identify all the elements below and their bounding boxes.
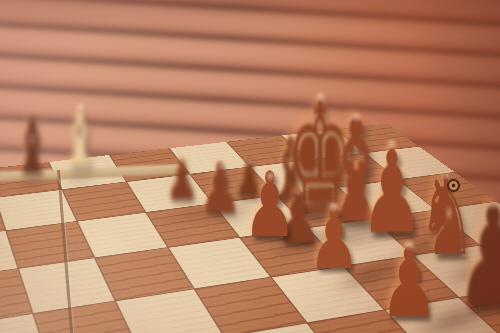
specular-glint [441, 172, 450, 180]
specular-glint [386, 138, 398, 149]
specular-glint [328, 201, 340, 213]
far-dark-bishop: ♝ [12, 109, 52, 183]
chess-photo: ♝♝♟♟♟♝♚♝♟♞♟♟♟♟♟ [0, 0, 500, 333]
specular-glint [217, 162, 225, 171]
far-light-bishop: ♝ [59, 101, 101, 179]
specular-glint [403, 239, 416, 251]
knight-eye-detail [447, 179, 460, 192]
specular-glint [265, 170, 276, 182]
specular-glint [487, 200, 498, 211]
specular-glint [446, 201, 452, 225]
specular-glint [294, 188, 302, 197]
back-pawn-a: ♟ [166, 154, 199, 208]
specular-glint [76, 101, 85, 112]
specular-glint [246, 158, 253, 166]
specular-glint [351, 112, 362, 123]
specular-glint [314, 91, 327, 102]
specular-glint [185, 172, 192, 180]
